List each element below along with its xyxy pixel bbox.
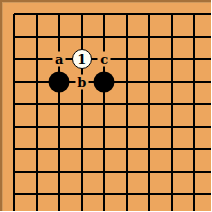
grid-line-vertical	[171, 93, 173, 116]
board-intersection	[138, 183, 161, 206]
grid-line-vertical	[13, 48, 15, 71]
grid-line-vertical	[148, 161, 150, 184]
grid-line-horizontal	[14, 148, 25, 150]
grid-line-vertical	[58, 26, 60, 49]
board-intersection	[3, 116, 26, 139]
board-intersection	[161, 48, 184, 71]
grid-line-vertical	[171, 183, 173, 206]
grid-line-horizontal	[14, 13, 25, 15]
board-intersection	[183, 48, 206, 71]
board-intersection	[26, 138, 49, 161]
grid-line-vertical	[13, 206, 15, 212]
board-intersection	[161, 138, 184, 161]
board-intersection	[183, 93, 206, 116]
board-intersection	[71, 26, 94, 49]
grid-line-vertical	[126, 183, 128, 206]
grid-line-vertical	[58, 116, 60, 139]
board-intersection	[3, 161, 26, 184]
grid-line-vertical	[171, 138, 173, 161]
grid-line-horizontal	[206, 36, 212, 38]
board-cut-edge	[206, 71, 212, 94]
board-intersection	[93, 116, 116, 139]
board-cut-edge	[206, 206, 212, 212]
board-intersection: c	[93, 48, 116, 71]
grid-line-horizontal	[14, 103, 25, 105]
grid-line-vertical	[148, 138, 150, 161]
grid-line-vertical	[193, 138, 195, 161]
board-intersection	[138, 26, 161, 49]
board-intersection	[26, 48, 49, 71]
go-board-grid: a1cb	[3, 3, 211, 211]
grid-line-vertical	[81, 93, 83, 116]
board-intersection	[71, 183, 94, 206]
grid-line-vertical	[36, 183, 38, 206]
board-intersection	[3, 183, 26, 206]
grid-line-vertical	[13, 116, 15, 139]
grid-line-vertical	[193, 93, 195, 116]
point-label-c: c	[98, 52, 111, 67]
board-intersection	[48, 161, 71, 184]
grid-line-vertical	[36, 138, 38, 161]
grid-line-vertical	[81, 183, 83, 206]
board-cut-edge	[206, 26, 212, 49]
grid-line-vertical	[13, 161, 15, 184]
board-intersection	[26, 183, 49, 206]
board-intersection	[93, 3, 116, 26]
board-cut-edge	[183, 206, 206, 212]
board-intersection	[3, 3, 26, 26]
board-intersection	[116, 161, 139, 184]
grid-line-horizontal	[206, 13, 212, 15]
board-intersection	[48, 3, 71, 26]
grid-line-vertical	[126, 71, 128, 94]
board-intersection	[48, 138, 71, 161]
grid-line-vertical	[36, 116, 38, 139]
board-intersection: a	[48, 48, 71, 71]
grid-line-vertical	[126, 206, 128, 212]
board-intersection	[183, 3, 206, 26]
board-intersection	[93, 161, 116, 184]
board-cut-edge	[26, 206, 49, 212]
board-intersection	[161, 93, 184, 116]
grid-line-horizontal	[206, 148, 212, 150]
board-cut-edge	[206, 138, 212, 161]
board-cut-edge	[71, 206, 94, 212]
grid-line-vertical	[171, 116, 173, 139]
grid-line-vertical	[58, 161, 60, 184]
board-intersection	[3, 48, 26, 71]
board-cut-edge	[116, 206, 139, 212]
grid-line-vertical	[171, 71, 173, 94]
board-intersection	[71, 161, 94, 184]
grid-line-vertical	[36, 206, 38, 212]
board-cut-edge	[206, 3, 212, 26]
board-intersection	[93, 26, 116, 49]
grid-line-vertical	[58, 14, 60, 25]
grid-line-vertical	[126, 93, 128, 116]
board-intersection	[71, 138, 94, 161]
grid-line-horizontal	[14, 126, 25, 128]
grid-line-horizontal	[206, 103, 212, 105]
move-number: 1	[77, 53, 86, 66]
board-intersection	[138, 3, 161, 26]
grid-line-horizontal	[206, 193, 212, 195]
board-intersection	[161, 161, 184, 184]
grid-line-horizontal	[14, 171, 25, 173]
board-intersection	[26, 116, 49, 139]
board-intersection	[161, 183, 184, 206]
grid-line-horizontal	[206, 126, 212, 128]
grid-line-vertical	[81, 138, 83, 161]
grid-line-horizontal	[206, 171, 212, 173]
board-intersection	[161, 116, 184, 139]
grid-line-vertical	[58, 93, 60, 116]
grid-line-vertical	[36, 14, 38, 25]
grid-line-vertical	[148, 93, 150, 116]
board-intersection	[71, 3, 94, 26]
black-stone	[94, 71, 115, 92]
grid-line-vertical	[148, 206, 150, 212]
grid-line-vertical	[13, 14, 15, 25]
grid-line-vertical	[103, 206, 105, 212]
board-intersection	[3, 71, 26, 94]
board-intersection	[48, 116, 71, 139]
grid-line-vertical	[103, 183, 105, 206]
board-intersection	[93, 93, 116, 116]
board-cut-edge	[93, 206, 116, 212]
board-intersection	[183, 161, 206, 184]
grid-line-vertical	[36, 93, 38, 116]
board-intersection	[138, 93, 161, 116]
board-cut-edge	[206, 116, 212, 139]
grid-line-vertical	[13, 71, 15, 94]
board-cut-edge	[3, 206, 26, 212]
board-intersection	[71, 93, 94, 116]
grid-line-vertical	[171, 26, 173, 49]
board-intersection	[3, 138, 26, 161]
board-cut-edge	[48, 206, 71, 212]
grid-line-vertical	[126, 116, 128, 139]
grid-line-vertical	[13, 183, 15, 206]
grid-line-vertical	[171, 206, 173, 212]
grid-line-vertical	[36, 71, 38, 94]
grid-line-vertical	[126, 14, 128, 25]
grid-line-vertical	[193, 161, 195, 184]
grid-line-vertical	[171, 48, 173, 71]
board-intersection: b	[71, 71, 94, 94]
board-intersection	[183, 71, 206, 94]
grid-line-vertical	[193, 116, 195, 139]
grid-line-vertical	[171, 14, 173, 25]
grid-line-vertical	[81, 206, 83, 212]
grid-line-vertical	[58, 206, 60, 212]
grid-line-vertical	[126, 48, 128, 71]
grid-line-vertical	[193, 14, 195, 25]
grid-line-horizontal	[206, 81, 212, 83]
grid-line-vertical	[58, 183, 60, 206]
board-intersection	[116, 93, 139, 116]
board-intersection	[116, 48, 139, 71]
board-intersection	[93, 138, 116, 161]
grid-line-horizontal	[206, 58, 212, 60]
board-intersection	[93, 71, 116, 94]
board-intersection	[138, 71, 161, 94]
board-intersection	[116, 3, 139, 26]
board-intersection	[138, 161, 161, 184]
grid-line-vertical	[103, 116, 105, 139]
board-intersection	[183, 138, 206, 161]
grid-line-vertical	[103, 14, 105, 25]
grid-line-vertical	[193, 71, 195, 94]
board-intersection	[138, 48, 161, 71]
board-intersection	[116, 26, 139, 49]
grid-line-vertical	[36, 48, 38, 71]
board-intersection	[26, 71, 49, 94]
board-intersection	[26, 161, 49, 184]
grid-line-vertical	[148, 26, 150, 49]
board-intersection	[48, 71, 71, 94]
board-intersection	[183, 26, 206, 49]
grid-line-horizontal	[14, 193, 25, 195]
point-label-a: a	[53, 52, 66, 67]
board-intersection	[183, 183, 206, 206]
grid-line-vertical	[81, 116, 83, 139]
grid-line-vertical	[193, 183, 195, 206]
board-intersection	[161, 71, 184, 94]
grid-line-horizontal	[14, 81, 25, 83]
board-cut-edge	[206, 48, 212, 71]
grid-line-vertical	[193, 206, 195, 212]
board-intersection	[116, 183, 139, 206]
board-intersection	[26, 3, 49, 26]
go-board-diagram: a1cb	[0, 0, 211, 211]
board-intersection	[26, 93, 49, 116]
grid-line-vertical	[126, 161, 128, 184]
board-cut-edge	[206, 183, 212, 206]
board-intersection	[116, 138, 139, 161]
board-intersection	[71, 116, 94, 139]
grid-line-vertical	[103, 161, 105, 184]
white-stone-move-1: 1	[72, 49, 92, 69]
board-intersection	[48, 26, 71, 49]
board-intersection	[93, 183, 116, 206]
grid-line-vertical	[103, 26, 105, 49]
grid-line-vertical	[148, 116, 150, 139]
grid-line-vertical	[81, 14, 83, 25]
board-cut-edge	[138, 206, 161, 212]
grid-line-vertical	[103, 93, 105, 116]
board-cut-edge	[206, 93, 212, 116]
board-cut-edge	[161, 206, 184, 212]
board-intersection	[116, 116, 139, 139]
grid-line-vertical	[103, 138, 105, 161]
grid-line-vertical	[81, 161, 83, 184]
grid-line-vertical	[58, 138, 60, 161]
board-intersection	[3, 93, 26, 116]
board-intersection	[161, 26, 184, 49]
board-intersection	[138, 116, 161, 139]
board-intersection: 1	[71, 48, 94, 71]
grid-line-vertical	[36, 26, 38, 49]
grid-line-vertical	[81, 26, 83, 49]
board-intersection	[183, 116, 206, 139]
point-label-b: b	[75, 74, 88, 89]
grid-line-vertical	[171, 161, 173, 184]
grid-line-vertical	[126, 138, 128, 161]
grid-line-vertical	[126, 26, 128, 49]
grid-line-vertical	[13, 26, 15, 49]
grid-line-vertical	[193, 26, 195, 49]
board-intersection	[48, 93, 71, 116]
grid-line-vertical	[148, 183, 150, 206]
board-intersection	[26, 26, 49, 49]
board-intersection	[3, 26, 26, 49]
board-intersection	[161, 3, 184, 26]
board-intersection	[48, 183, 71, 206]
grid-line-vertical	[13, 138, 15, 161]
grid-line-horizontal	[14, 58, 25, 60]
board-intersection	[116, 71, 139, 94]
board-cut-edge	[206, 161, 212, 184]
board-intersection	[138, 138, 161, 161]
grid-line-vertical	[148, 14, 150, 25]
grid-line-vertical	[148, 71, 150, 94]
grid-line-horizontal	[14, 36, 25, 38]
grid-line-vertical	[193, 48, 195, 71]
grid-line-vertical	[36, 161, 38, 184]
grid-line-vertical	[13, 93, 15, 116]
black-stone	[49, 71, 70, 92]
grid-line-vertical	[148, 48, 150, 71]
